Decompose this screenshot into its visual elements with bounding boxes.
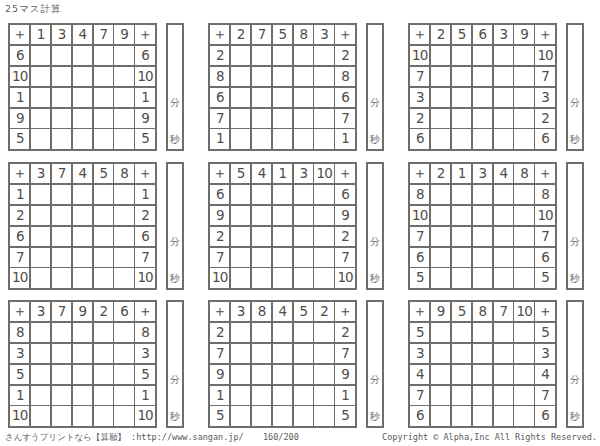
answer-cell	[273, 129, 292, 148]
answer-cell	[314, 88, 333, 107]
row-header-right-cell: 1	[135, 386, 154, 405]
row-header-right-cell: 1	[335, 129, 354, 148]
answer-cell	[431, 185, 450, 204]
answer-cell	[252, 206, 271, 225]
col-header-cell: 3	[31, 302, 50, 321]
col-header-cell: 3	[473, 164, 492, 183]
row-header-right-cell: 8	[135, 323, 154, 342]
answer-cell	[231, 365, 250, 384]
answer-cell	[514, 206, 533, 225]
answer-cell	[514, 406, 533, 425]
calc-grid: ＋13479＋661010119955	[8, 23, 157, 151]
row-header-cell: 2	[210, 227, 229, 246]
answer-cell	[273, 323, 292, 342]
answer-cell	[252, 227, 271, 246]
answer-cell	[294, 88, 313, 107]
row-header-cell: 5	[410, 323, 429, 342]
seconds-label: 秒	[368, 412, 382, 422]
answer-cell	[514, 109, 533, 128]
answer-cell	[114, 323, 133, 342]
answer-cell	[231, 46, 250, 65]
col-header-cell: 4	[73, 25, 92, 44]
answer-cell	[94, 227, 113, 246]
answer-cell	[473, 227, 492, 246]
answer-cell	[473, 129, 492, 148]
answer-cell	[314, 365, 333, 384]
row-header-right-cell: 6	[335, 88, 354, 107]
answer-cell	[73, 46, 92, 65]
answer-cell	[73, 248, 92, 267]
answer-cell	[31, 67, 50, 86]
row-header-cell: 3	[410, 344, 429, 363]
operator-cell: ＋	[410, 25, 429, 44]
answer-cell	[31, 386, 50, 405]
row-header-right-cell: 5	[535, 323, 554, 342]
answer-cell	[231, 88, 250, 107]
answer-cell	[514, 248, 533, 267]
operator-cell: ＋	[135, 164, 154, 183]
answer-cell	[294, 227, 313, 246]
answer-cell	[294, 323, 313, 342]
answer-cell	[494, 109, 513, 128]
answer-cell	[114, 67, 133, 86]
row-header-cell: 10	[10, 406, 29, 425]
row-header-right-cell: 2	[335, 227, 354, 246]
answer-cell	[231, 248, 250, 267]
answer-cell	[314, 46, 333, 65]
row-header-cell: 10	[10, 268, 29, 287]
answer-cell	[252, 365, 271, 384]
answer-cell	[514, 129, 533, 148]
answer-cell	[294, 185, 313, 204]
answer-cell	[31, 344, 50, 363]
answer-cell	[514, 227, 533, 246]
answer-cell	[314, 344, 333, 363]
seconds-label: 秒	[368, 135, 382, 145]
answer-cell	[452, 46, 471, 65]
answer-cell	[73, 406, 92, 425]
answer-cell	[52, 344, 71, 363]
answer-cell	[431, 323, 450, 342]
row-header-cell: 7	[10, 248, 29, 267]
col-header-cell: 3	[494, 25, 513, 44]
col-header-cell: 8	[473, 302, 492, 321]
answer-cell	[273, 227, 292, 246]
row-header-right-cell: 6	[135, 46, 154, 65]
answer-cell	[494, 46, 513, 65]
row-header-right-cell: 1	[135, 88, 154, 107]
calc-grid: ＋21348＋881010776655	[408, 162, 557, 290]
answer-cell	[514, 344, 533, 363]
answer-cell	[252, 67, 271, 86]
row-header-right-cell: 7	[535, 227, 554, 246]
row-header-right-cell: 6	[335, 185, 354, 204]
row-header-right-cell: 7	[335, 344, 354, 363]
row-header-cell: 6	[10, 46, 29, 65]
answer-cell	[314, 248, 333, 267]
answer-cell	[31, 109, 50, 128]
col-header-cell: 5	[452, 25, 471, 44]
operator-cell: ＋	[335, 25, 354, 44]
answer-cell	[273, 88, 292, 107]
answer-cell	[231, 323, 250, 342]
answer-cell	[431, 109, 450, 128]
answer-cell	[494, 386, 513, 405]
col-header-cell: 2	[314, 302, 333, 321]
operator-cell: ＋	[10, 164, 29, 183]
row-header-cell: 9	[210, 365, 229, 384]
row-header-right-cell: 3	[535, 344, 554, 363]
answer-cell	[514, 185, 533, 204]
answer-cell	[431, 386, 450, 405]
col-header-cell: 6	[473, 25, 492, 44]
row-header-right-cell: 6	[535, 248, 554, 267]
row-header-right-cell: 6	[535, 406, 554, 425]
calc-grid: ＋38452＋2277991155	[208, 300, 357, 428]
row-header-right-cell: 7	[335, 109, 354, 128]
col-header-cell: 7	[52, 164, 71, 183]
answer-cell	[114, 365, 133, 384]
operator-cell: ＋	[210, 164, 229, 183]
row-header-cell: 8	[210, 67, 229, 86]
row-header-cell: 3	[410, 88, 429, 107]
row-header-cell: 1	[210, 129, 229, 148]
answer-cell	[452, 365, 471, 384]
answer-cell	[514, 268, 533, 287]
answer-cell	[314, 109, 333, 128]
answer-cell	[494, 129, 513, 148]
answer-cell	[294, 386, 313, 405]
answer-cell	[73, 129, 92, 148]
answer-cell	[52, 129, 71, 148]
answer-cell	[452, 248, 471, 267]
answer-cell	[94, 344, 113, 363]
answer-cell	[294, 109, 313, 128]
footer-site-link: さんすうプリントなら【算願】 :http://www.sangan.jp/	[5, 432, 244, 444]
answer-cell	[114, 268, 133, 287]
answer-cell	[252, 386, 271, 405]
row-header-cell: 9	[10, 109, 29, 128]
col-header-cell: 3	[31, 164, 50, 183]
answer-cell	[294, 248, 313, 267]
answer-cell	[52, 206, 71, 225]
answer-cell	[114, 344, 133, 363]
answer-cell	[452, 185, 471, 204]
seconds-label: 秒	[168, 135, 182, 145]
calc-grid: ＋37458＋112266771010	[8, 162, 157, 290]
worksheet-page: 25マス計算 ＋13479＋661010119955分秒＋27583＋22886…	[0, 0, 600, 446]
col-header-cell: 3	[314, 25, 333, 44]
row-header-right-cell: 1	[335, 386, 354, 405]
answer-cell	[452, 88, 471, 107]
timer-box: 分秒	[366, 23, 384, 151]
answer-cell	[494, 365, 513, 384]
grid-block-2: ＋27583＋2288667711分秒	[208, 23, 384, 151]
operator-cell: ＋	[535, 164, 554, 183]
calc-grid: ＋958710＋5533447766	[408, 300, 557, 428]
answer-cell	[73, 185, 92, 204]
answer-cell	[252, 248, 271, 267]
grid-block-6: ＋21348＋881010776655分秒	[408, 162, 584, 290]
row-header-right-cell: 5	[135, 365, 154, 384]
answer-cell	[94, 46, 113, 65]
answer-cell	[231, 129, 250, 148]
col-header-cell: 4	[494, 164, 513, 183]
minutes-label: 分	[568, 98, 582, 108]
answer-cell	[452, 386, 471, 405]
row-header-right-cell: 7	[335, 248, 354, 267]
row-header-cell: 5	[10, 129, 29, 148]
answer-cell	[452, 268, 471, 287]
row-header-right-cell: 2	[335, 46, 354, 65]
operator-cell: ＋	[410, 164, 429, 183]
answer-cell	[314, 323, 333, 342]
answer-cell	[52, 268, 71, 287]
answer-cell	[273, 365, 292, 384]
answer-cell	[94, 386, 113, 405]
answer-cell	[31, 46, 50, 65]
row-header-cell: 2	[210, 46, 229, 65]
row-header-right-cell: 2	[135, 206, 154, 225]
answer-cell	[494, 406, 513, 425]
answer-cell	[473, 206, 492, 225]
col-header-cell: 7	[252, 25, 271, 44]
answer-cell	[494, 67, 513, 86]
col-header-cell: 4	[273, 302, 292, 321]
answer-cell	[294, 344, 313, 363]
answer-cell	[31, 88, 50, 107]
answer-cell	[273, 206, 292, 225]
answer-cell	[231, 344, 250, 363]
answer-cell	[94, 365, 113, 384]
row-header-right-cell: 10	[335, 268, 354, 287]
timer-box: 分秒	[166, 23, 184, 151]
col-header-cell: 5	[273, 25, 292, 44]
answer-cell	[314, 206, 333, 225]
col-header-cell: 2	[231, 25, 250, 44]
col-header-cell: 7	[52, 302, 71, 321]
minutes-label: 分	[368, 98, 382, 108]
answer-cell	[314, 386, 333, 405]
answer-cell	[431, 248, 450, 267]
col-header-cell: 3	[294, 164, 313, 183]
answer-cell	[314, 227, 333, 246]
answer-cell	[431, 206, 450, 225]
seconds-label: 秒	[368, 274, 382, 284]
answer-cell	[31, 227, 50, 246]
answer-cell	[431, 67, 450, 86]
answer-cell	[431, 88, 450, 107]
calc-grid: ＋37926＋883355111010	[8, 300, 157, 428]
answer-cell	[273, 248, 292, 267]
answer-cell	[273, 344, 292, 363]
answer-cell	[431, 268, 450, 287]
minutes-label: 分	[168, 98, 182, 108]
answer-cell	[294, 268, 313, 287]
answer-cell	[494, 185, 513, 204]
answer-cell	[52, 323, 71, 342]
col-header-cell: 2	[431, 25, 450, 44]
row-header-cell: 6	[210, 88, 229, 107]
row-header-cell: 5	[210, 406, 229, 425]
answer-cell	[294, 67, 313, 86]
operator-cell: ＋	[10, 25, 29, 44]
col-header-cell: 4	[252, 164, 271, 183]
row-header-right-cell: 9	[335, 365, 354, 384]
answer-cell	[473, 88, 492, 107]
row-header-cell: 6	[10, 227, 29, 246]
answer-cell	[94, 268, 113, 287]
answer-cell	[452, 406, 471, 425]
answer-cell	[31, 185, 50, 204]
answer-cell	[252, 46, 271, 65]
timer-box: 分秒	[166, 162, 184, 290]
answer-cell	[473, 323, 492, 342]
row-header-right-cell: 1	[135, 185, 154, 204]
row-header-cell: 8	[10, 323, 29, 342]
answer-cell	[273, 109, 292, 128]
row-header-right-cell: 10	[135, 406, 154, 425]
answer-cell	[294, 365, 313, 384]
minutes-label: 分	[568, 237, 582, 247]
answer-cell	[52, 406, 71, 425]
answer-cell	[473, 46, 492, 65]
answer-cell	[273, 185, 292, 204]
answer-cell	[73, 386, 92, 405]
answer-cell	[273, 386, 292, 405]
answer-cell	[252, 268, 271, 287]
answer-cell	[452, 227, 471, 246]
row-header-cell: 1	[10, 386, 29, 405]
answer-cell	[73, 323, 92, 342]
answer-cell	[73, 88, 92, 107]
row-header-cell: 8	[410, 185, 429, 204]
answer-cell	[273, 268, 292, 287]
answer-cell	[252, 323, 271, 342]
answer-cell	[514, 386, 533, 405]
seconds-label: 秒	[568, 274, 582, 284]
col-header-cell: 9	[114, 25, 133, 44]
row-header-right-cell: 7	[535, 386, 554, 405]
row-header-cell: 7	[410, 227, 429, 246]
answer-cell	[252, 344, 271, 363]
col-header-cell: 5	[231, 164, 250, 183]
row-header-right-cell: 8	[535, 185, 554, 204]
row-header-right-cell: 3	[535, 88, 554, 107]
answer-cell	[73, 227, 92, 246]
row-header-cell: 6	[410, 129, 429, 148]
answer-cell	[52, 248, 71, 267]
answer-cell	[473, 109, 492, 128]
answer-cell	[52, 46, 71, 65]
grid-block-5: ＋541310＋669922771010分秒	[208, 162, 384, 290]
answer-cell	[294, 406, 313, 425]
row-header-cell: 5	[10, 365, 29, 384]
operator-cell: ＋	[10, 302, 29, 321]
answer-cell	[73, 67, 92, 86]
col-header-cell: 5	[94, 164, 113, 183]
operator-cell: ＋	[410, 302, 429, 321]
answer-cell	[314, 406, 333, 425]
answer-cell	[314, 67, 333, 86]
answer-cell	[31, 323, 50, 342]
row-header-right-cell: 10	[135, 67, 154, 86]
col-header-cell: 3	[52, 25, 71, 44]
row-header-right-cell: 4	[535, 365, 554, 384]
answer-cell	[31, 206, 50, 225]
answer-cell	[473, 248, 492, 267]
answer-cell	[94, 248, 113, 267]
answer-cell	[231, 67, 250, 86]
minutes-label: 分	[168, 375, 182, 385]
row-header-right-cell: 6	[135, 227, 154, 246]
row-header-right-cell: 5	[135, 129, 154, 148]
answer-cell	[473, 67, 492, 86]
col-header-cell: 3	[231, 302, 250, 321]
operator-cell: ＋	[210, 302, 229, 321]
answer-cell	[114, 227, 133, 246]
row-header-cell: 5	[410, 268, 429, 287]
timer-box: 分秒	[566, 162, 584, 290]
row-header-right-cell: 2	[335, 323, 354, 342]
footer: さんすうプリントなら【算願】 :http://www.sangan.jp/ 16…	[0, 430, 600, 444]
answer-cell	[31, 248, 50, 267]
row-header-right-cell: 7	[135, 248, 154, 267]
row-header-right-cell: 9	[135, 109, 154, 128]
answer-cell	[252, 109, 271, 128]
answer-cell	[52, 88, 71, 107]
answer-cell	[114, 248, 133, 267]
answer-cell	[114, 406, 133, 425]
col-header-cell: 8	[114, 164, 133, 183]
answer-cell	[473, 185, 492, 204]
answer-cell	[31, 406, 50, 425]
row-header-cell: 6	[410, 248, 429, 267]
answer-cell	[431, 406, 450, 425]
answer-cell	[52, 109, 71, 128]
row-header-right-cell: 3	[135, 344, 154, 363]
answer-cell	[452, 323, 471, 342]
answer-cell	[94, 206, 113, 225]
answer-cell	[231, 109, 250, 128]
operator-cell: ＋	[210, 25, 229, 44]
answer-cell	[252, 406, 271, 425]
timer-box: 分秒	[366, 162, 384, 290]
row-header-cell: 2	[210, 323, 229, 342]
answer-cell	[114, 46, 133, 65]
answer-cell	[252, 129, 271, 148]
answer-cell	[52, 386, 71, 405]
minutes-label: 分	[168, 237, 182, 247]
timer-box: 分秒	[566, 300, 584, 428]
col-header-cell: 9	[431, 302, 450, 321]
row-header-right-cell: 8	[335, 67, 354, 86]
row-header-cell: 10	[410, 46, 429, 65]
answer-cell	[431, 46, 450, 65]
col-header-cell: 4	[73, 164, 92, 183]
answer-cell	[31, 268, 50, 287]
col-header-cell: 1	[273, 164, 292, 183]
row-header-right-cell: 10	[135, 268, 154, 287]
answer-cell	[114, 185, 133, 204]
answer-cell	[514, 323, 533, 342]
answer-cell	[73, 206, 92, 225]
col-header-cell: 7	[94, 25, 113, 44]
row-header-cell: 10	[410, 206, 429, 225]
col-header-cell: 2	[431, 164, 450, 183]
answer-cell	[473, 344, 492, 363]
answer-cell	[314, 268, 333, 287]
